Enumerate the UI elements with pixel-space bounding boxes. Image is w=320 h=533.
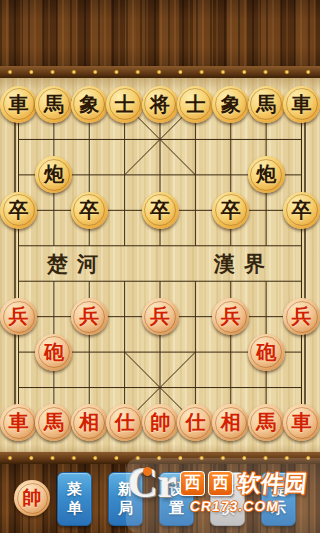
top-wood-panel xyxy=(0,0,320,66)
piece-black-chariot[interactable]: 車 xyxy=(283,86,320,123)
undo-button[interactable]: 悔棋 xyxy=(210,472,245,526)
piece-red-soldier[interactable]: 兵 xyxy=(283,298,320,335)
piece-black-general[interactable]: 将 xyxy=(142,86,179,123)
settings-button[interactable]: 设置 xyxy=(159,472,194,526)
piece-red-soldier[interactable]: 兵 xyxy=(71,298,108,335)
piece-black-soldier[interactable]: 卒 xyxy=(0,192,37,229)
piece-black-cannon[interactable]: 炮 xyxy=(248,156,285,193)
piece-black-horse[interactable]: 馬 xyxy=(248,86,285,123)
piece-black-soldier[interactable]: 卒 xyxy=(212,192,249,229)
piece-red-cannon[interactable]: 砲 xyxy=(248,334,285,371)
piece-black-soldier[interactable]: 卒 xyxy=(71,192,108,229)
hint-button[interactable]: 提示 xyxy=(261,472,296,526)
piece-red-general[interactable]: 帥 xyxy=(142,404,179,441)
piece-red-soldier[interactable]: 兵 xyxy=(142,298,179,335)
piece-black-advisor[interactable]: 士 xyxy=(177,86,214,123)
turn-indicator-piece: 帥 xyxy=(14,480,50,516)
new-game-button[interactable]: 新局 xyxy=(108,472,143,526)
xiangqi-board[interactable]: 楚河 漢界 車馬象士将士象馬車炮炮卒卒卒卒卒兵兵兵兵兵砲砲車馬相仕帥仕相馬車 xyxy=(0,78,320,452)
top-riveted-rail xyxy=(0,66,320,78)
river-label-right: 漢界 xyxy=(214,246,274,282)
piece-black-soldier[interactable]: 卒 xyxy=(283,192,320,229)
piece-red-horse[interactable]: 馬 xyxy=(248,404,285,441)
piece-black-chariot[interactable]: 車 xyxy=(0,86,37,123)
piece-black-elephant[interactable]: 象 xyxy=(212,86,249,123)
xiangqi-app-screen: 楚河 漢界 車馬象士将士象馬車炮炮卒卒卒卒卒兵兵兵兵兵砲砲車馬相仕帥仕相馬車 帥… xyxy=(0,0,320,533)
piece-red-soldier[interactable]: 兵 xyxy=(0,298,37,335)
piece-black-advisor[interactable]: 士 xyxy=(106,86,143,123)
piece-black-elephant[interactable]: 象 xyxy=(71,86,108,123)
piece-red-cannon[interactable]: 砲 xyxy=(35,334,72,371)
menu-button[interactable]: 菜单 xyxy=(57,472,92,526)
river-label-left: 楚河 xyxy=(47,246,107,282)
piece-black-soldier[interactable]: 卒 xyxy=(142,192,179,229)
bottom-riveted-rail xyxy=(0,452,320,464)
piece-red-elephant[interactable]: 相 xyxy=(71,404,108,441)
piece-black-horse[interactable]: 馬 xyxy=(35,86,72,123)
